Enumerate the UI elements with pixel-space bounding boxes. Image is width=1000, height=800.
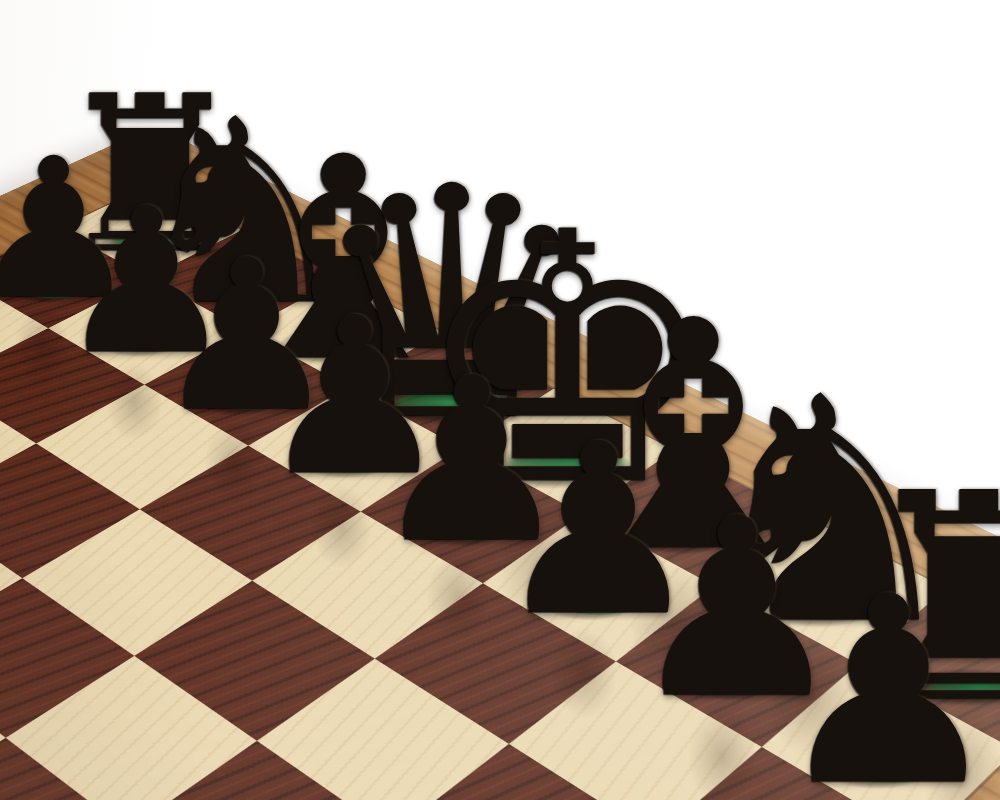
- chess-board: [0, 126, 1000, 800]
- chess-product-photo: ♜♟♞♟♝♟♛♟♚♟♝♟♞♟♜♟: [0, 0, 1000, 800]
